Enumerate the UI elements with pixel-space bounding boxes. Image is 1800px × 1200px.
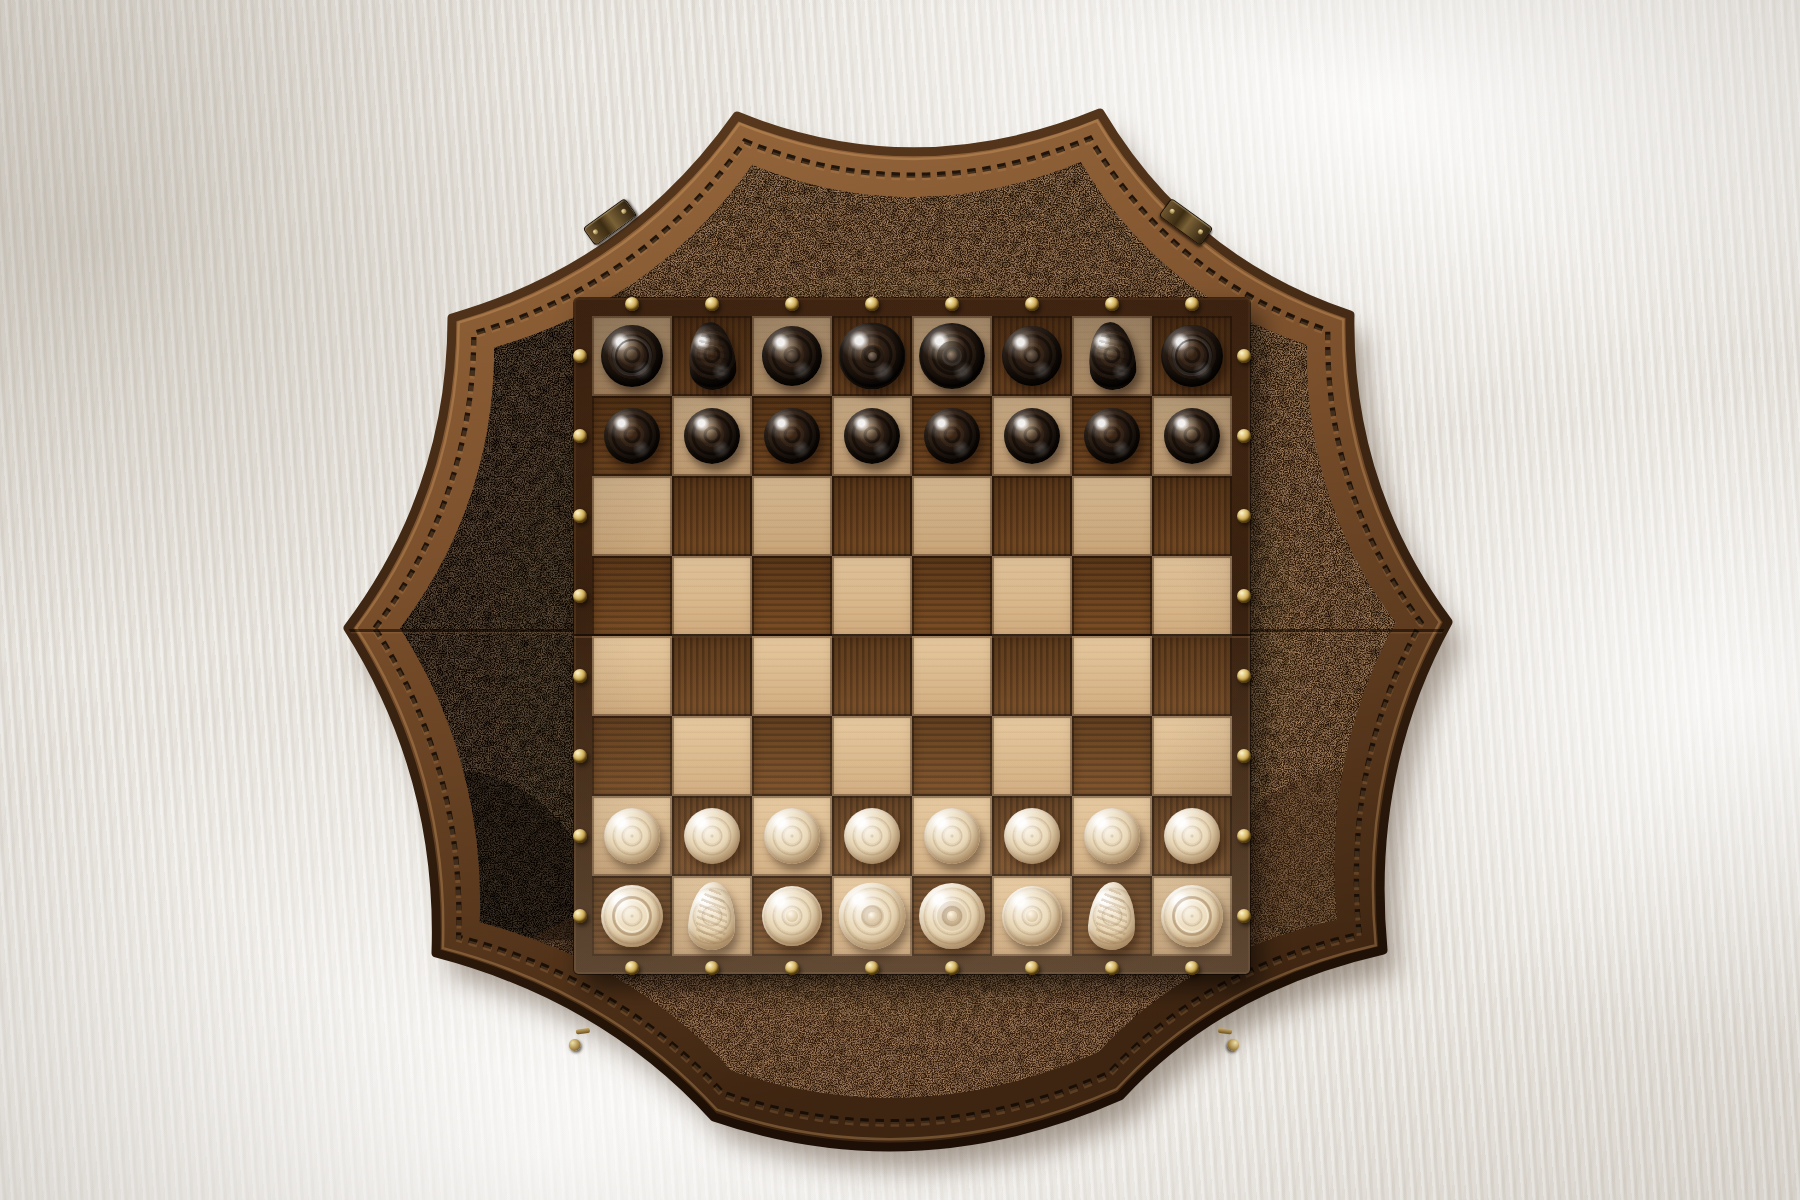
square-a3[interactable] [592, 716, 672, 796]
piece-white-pawn-e2[interactable]: ♙ [924, 808, 980, 864]
brass-pin [1237, 909, 1251, 923]
brass-pin [1105, 961, 1119, 975]
piece-black-bishop-c8[interactable]: ♝ [762, 326, 822, 386]
piece-black-rook-h8[interactable]: ♜ [1161, 325, 1223, 387]
square-h5[interactable] [1152, 556, 1232, 636]
clasp-screw-icon [592, 228, 599, 235]
square-e6[interactable] [912, 476, 992, 556]
square-d5[interactable] [832, 556, 912, 636]
piece-white-pawn-b2[interactable]: ♙ [684, 808, 740, 864]
square-d4[interactable] [832, 636, 912, 716]
brass-pin [573, 829, 587, 843]
square-h6[interactable] [1152, 476, 1232, 556]
square-c3[interactable] [752, 716, 832, 796]
square-g6[interactable] [1072, 476, 1152, 556]
square-b3[interactable] [672, 716, 752, 796]
brass-pin [625, 297, 639, 311]
square-e4[interactable] [912, 636, 992, 716]
brass-pin [1025, 297, 1039, 311]
square-d6[interactable] [832, 476, 912, 556]
brass-pin [1237, 829, 1251, 843]
brass-pin [705, 961, 719, 975]
square-f6[interactable] [992, 476, 1072, 556]
square-b5[interactable] [672, 556, 752, 636]
brass-pin [1237, 429, 1251, 443]
square-e3[interactable] [912, 716, 992, 796]
edge-screw-lower-right [1212, 1024, 1241, 1053]
screw-stem [576, 1028, 591, 1035]
piece-white-pawn-g2[interactable]: ♙ [1084, 808, 1140, 864]
square-a5[interactable] [592, 556, 672, 636]
clasp-screw-icon [1169, 208, 1176, 215]
brass-pin [573, 589, 587, 603]
brass-pin [1237, 349, 1251, 363]
brass-pin [1185, 961, 1199, 975]
brass-pin [865, 961, 879, 975]
square-h4[interactable] [1152, 636, 1232, 716]
screw-stem [1218, 1028, 1233, 1035]
clasp-screw-icon [620, 208, 627, 215]
piece-white-rook-a1[interactable]: ♖ [601, 885, 663, 947]
square-c4[interactable] [752, 636, 832, 716]
square-f3[interactable] [992, 716, 1072, 796]
square-d3[interactable] [832, 716, 912, 796]
brass-pin [573, 909, 587, 923]
square-f5[interactable] [992, 556, 1072, 636]
piece-black-rook-a8[interactable]: ♜ [601, 325, 663, 387]
chessboard-plate: ♜♞♝♛♚♝♞♜♟♟♟♟♟♟♟♟♙♙♙♙♙♙♙♙♖♘♗♕♔♗♘♖ [574, 298, 1250, 974]
piece-white-bishop-c1[interactable]: ♗ [762, 886, 822, 946]
square-b6[interactable] [672, 476, 752, 556]
brass-pin [1185, 297, 1199, 311]
brass-pin [573, 749, 587, 763]
brass-pin [945, 297, 959, 311]
piece-white-rook-h1[interactable]: ♖ [1161, 885, 1223, 947]
square-f4[interactable] [992, 636, 1072, 716]
piece-black-queen-d8[interactable]: ♛ [839, 323, 906, 390]
brass-pin [573, 349, 587, 363]
piece-black-pawn-a7[interactable]: ♟ [604, 408, 660, 464]
piece-black-pawn-h7[interactable]: ♟ [1164, 408, 1220, 464]
brass-pin [785, 297, 799, 311]
brass-pin [573, 669, 587, 683]
photo-stage: ♜♞♝♛♚♝♞♜♟♟♟♟♟♟♟♟♙♙♙♙♙♙♙♙♖♘♗♕♔♗♘♖ [0, 0, 1800, 1200]
piece-black-pawn-d7[interactable]: ♟ [844, 408, 900, 464]
piece-black-pawn-f7[interactable]: ♟ [1004, 408, 1060, 464]
square-g5[interactable] [1072, 556, 1152, 636]
brass-pin [625, 961, 639, 975]
piece-white-pawn-h2[interactable]: ♙ [1164, 808, 1220, 864]
brass-pin [1025, 961, 1039, 975]
piece-black-bishop-f8[interactable]: ♝ [1002, 326, 1062, 386]
brass-pin [573, 509, 587, 523]
brass-pin [705, 297, 719, 311]
piece-black-pawn-b7[interactable]: ♟ [684, 408, 740, 464]
piece-white-pawn-f2[interactable]: ♙ [1004, 808, 1060, 864]
brass-pin [945, 961, 959, 975]
brass-pin [1237, 749, 1251, 763]
square-h3[interactable] [1152, 716, 1232, 796]
square-b4[interactable] [672, 636, 752, 716]
square-e5[interactable] [912, 556, 992, 636]
square-c5[interactable] [752, 556, 832, 636]
piece-black-pawn-g7[interactable]: ♟ [1084, 408, 1140, 464]
piece-white-pawn-d2[interactable]: ♙ [844, 808, 900, 864]
square-a6[interactable] [592, 476, 672, 556]
piece-white-king-e1[interactable]: ♔ [919, 883, 985, 949]
brass-pin [1237, 669, 1251, 683]
square-g4[interactable] [1072, 636, 1152, 716]
brass-pin [1237, 589, 1251, 603]
brass-pin [785, 961, 799, 975]
brass-pin [1237, 509, 1251, 523]
piece-white-queen-d1[interactable]: ♕ [839, 883, 906, 950]
brass-pin [1105, 297, 1119, 311]
screw-head [568, 1038, 582, 1052]
clasp-screw-icon [1197, 228, 1204, 235]
brass-pin [573, 429, 587, 443]
square-g3[interactable] [1072, 716, 1152, 796]
piece-black-pawn-e7[interactable]: ♟ [924, 408, 980, 464]
square-c6[interactable] [752, 476, 832, 556]
screw-head [1226, 1038, 1240, 1052]
piece-black-pawn-c7[interactable]: ♟ [764, 408, 820, 464]
square-a4[interactable] [592, 636, 672, 716]
piece-white-pawn-c2[interactable]: ♙ [764, 808, 820, 864]
brass-pin [865, 297, 879, 311]
piece-black-king-e8[interactable]: ♚ [919, 323, 985, 389]
edge-screw-lower-left [566, 1024, 595, 1053]
piece-white-pawn-a2[interactable]: ♙ [604, 808, 660, 864]
piece-white-bishop-f1[interactable]: ♗ [1002, 886, 1062, 946]
